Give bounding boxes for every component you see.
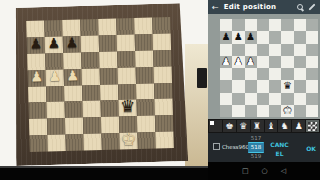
square-e4	[100, 84, 118, 101]
square-e1	[101, 133, 119, 150]
palette-white-rook-button[interactable]: ♜	[251, 120, 264, 132]
table-surface	[185, 44, 208, 170]
camera-clamp	[197, 68, 207, 88]
chess960-checkbox[interactable]	[213, 143, 220, 150]
square-c1	[65, 134, 83, 151]
square-a2[interactable]	[220, 93, 232, 105]
physical-chessboard: ♟♟♟♟♟♟♛♚	[26, 17, 174, 152]
piece-bp-b7: ♟	[47, 36, 60, 50]
square-g4	[136, 83, 154, 100]
square-g6[interactable]	[294, 44, 306, 56]
piece-wk-f1[interactable]: ♚	[283, 106, 292, 116]
ok-button[interactable]: OK	[306, 145, 316, 152]
square-e5[interactable]	[269, 56, 281, 68]
white-bishop-icon: ♝	[267, 122, 275, 131]
square-d4[interactable]	[257, 68, 269, 80]
square-f6[interactable]	[281, 44, 293, 56]
square-g2[interactable]	[294, 93, 306, 105]
square-c3[interactable]	[245, 80, 257, 92]
square-d5	[82, 68, 100, 85]
square-d6[interactable]	[257, 44, 269, 56]
square-c1[interactable]	[245, 105, 257, 117]
square-c5[interactable]: ♟	[245, 56, 257, 68]
wooden-board-frame: ♟♟♟♟♟♟♛♚	[12, 3, 188, 166]
piece-wp-b5: ♟	[48, 69, 61, 83]
piece-bp-b7[interactable]: ♟	[234, 32, 243, 42]
back-arrow-icon[interactable]: ←	[212, 3, 219, 12]
square-c4	[64, 85, 82, 102]
square-h2[interactable]	[306, 93, 318, 105]
square-f8	[116, 18, 134, 35]
palette-white-knight-button[interactable]: ♞	[278, 120, 291, 132]
square-c7[interactable]: ♟	[245, 31, 257, 43]
square-h8[interactable]	[306, 19, 318, 31]
edit-board[interactable]: ♟♟♟♟♟♟♛♚	[220, 19, 318, 117]
square-b2[interactable]	[232, 93, 244, 105]
square-e8[interactable]	[269, 19, 281, 31]
square-d2[interactable]	[257, 93, 269, 105]
screen: ♟♟♟♟♟♟♛♚ ← Edit position ♟♟♟♟♟♟♛♚ ♚♛♜♝♞♟…	[0, 0, 320, 180]
square-e7[interactable]	[269, 31, 281, 43]
square-h6[interactable]	[306, 44, 318, 56]
piece-wp-c5: ♟	[66, 68, 79, 82]
square-b1	[47, 135, 65, 152]
square-h8	[152, 17, 170, 34]
square-b7: ♟	[45, 36, 63, 53]
picker-next-value[interactable]: 519	[251, 153, 262, 160]
palette-white-pawn-button[interactable]: ♟	[292, 120, 305, 132]
picker-prev-value[interactable]: 517	[251, 135, 262, 142]
square-g6	[135, 50, 153, 67]
square-g8	[134, 18, 152, 35]
square-e6[interactable]	[269, 44, 281, 56]
square-d4	[82, 85, 100, 102]
table-edge	[0, 166, 208, 180]
square-a1	[29, 135, 47, 152]
square-c3	[64, 101, 82, 118]
square-e3	[100, 100, 118, 117]
square-f7	[117, 34, 135, 51]
square-a8[interactable]	[220, 19, 232, 31]
square-b5[interactable]: ♟	[232, 56, 244, 68]
palette-white-queen-button[interactable]: ♛	[237, 120, 250, 132]
square-h1[interactable]	[306, 105, 318, 117]
cancel-button[interactable]: CANCEL	[269, 140, 290, 158]
palette-empty-square-button[interactable]	[209, 120, 222, 132]
wrench-icon[interactable]	[308, 3, 316, 11]
square-g2	[137, 116, 155, 133]
piece-wp-c5[interactable]: ♟	[246, 57, 255, 67]
square-a6[interactable]	[220, 44, 232, 56]
square-h5	[154, 66, 172, 83]
square-g1[interactable]	[294, 105, 306, 117]
square-d7	[81, 35, 99, 52]
square-a3[interactable]	[220, 80, 232, 92]
square-h2	[155, 115, 173, 132]
square-d1[interactable]	[257, 105, 269, 117]
square-e5	[100, 68, 118, 85]
square-f5	[118, 67, 136, 84]
square-h3[interactable]	[306, 80, 318, 92]
square-a2	[29, 119, 47, 136]
square-b7[interactable]: ♟	[232, 31, 244, 43]
square-e3[interactable]	[269, 80, 281, 92]
square-f5[interactable]	[281, 56, 293, 68]
square-e6	[99, 51, 117, 68]
square-f6	[117, 51, 135, 68]
white-pawn-icon: ♟	[295, 122, 303, 131]
square-h4[interactable]	[306, 68, 318, 80]
android-navbar: □ ○ ◁	[208, 162, 320, 180]
square-a4	[28, 86, 46, 103]
app-toolbar: ← Edit position	[208, 0, 320, 14]
piece-bp-a7[interactable]: ♟	[222, 32, 231, 42]
square-c2[interactable]	[245, 93, 257, 105]
square-h1	[155, 132, 173, 149]
palette-white-bishop-button[interactable]: ♝	[265, 120, 278, 132]
square-d8[interactable]	[257, 19, 269, 31]
white-rook-icon: ♜	[253, 122, 261, 131]
physical-board-photo: ♟♟♟♟♟♟♛♚	[0, 0, 208, 180]
square-d5[interactable]	[257, 56, 269, 68]
square-f3: ♛	[118, 100, 136, 117]
square-b3	[46, 102, 64, 119]
palette-board-pattern-button[interactable]	[306, 120, 319, 132]
page-title: Edit position	[224, 3, 296, 11]
square-e2[interactable]	[269, 93, 281, 105]
piece-wp-a5[interactable]: ♟	[222, 57, 231, 67]
square-b3[interactable]	[232, 80, 244, 92]
board-perspective-wrap: ♟♟♟♟♟♟♛♚	[12, 3, 188, 166]
square-f2[interactable]	[281, 93, 293, 105]
square-c4[interactable]	[245, 68, 257, 80]
square-d3	[82, 101, 100, 118]
square-g1	[137, 132, 155, 149]
piece-bp-c7: ♟	[65, 36, 78, 50]
square-h7[interactable]	[306, 31, 318, 43]
square-g4[interactable]	[294, 68, 306, 80]
square-d1	[83, 134, 101, 151]
square-e1[interactable]	[269, 105, 281, 117]
square-h3	[154, 99, 172, 116]
piece-palette: ♚♛♜♝♞♟	[208, 119, 320, 133]
square-g8[interactable]	[294, 19, 306, 31]
square-a1[interactable]	[220, 105, 232, 117]
piece-bq-f3[interactable]: ♛	[283, 81, 292, 91]
square-h4	[154, 82, 172, 99]
edit-position-app: ← Edit position ♟♟♟♟♟♟♛♚ ♚♛♜♝♞♟ Chess960…	[208, 0, 320, 180]
square-f4[interactable]	[281, 68, 293, 80]
square-d7[interactable]	[257, 31, 269, 43]
square-f1: ♚	[119, 133, 137, 150]
piece-bp-a7: ♟	[29, 37, 42, 51]
piece-wp-a5: ♟	[30, 69, 43, 83]
square-d2	[83, 117, 101, 134]
square-d6	[81, 52, 99, 69]
square-f7[interactable]	[281, 31, 293, 43]
square-g7	[135, 34, 153, 51]
recents-icon[interactable]: □	[242, 168, 249, 175]
piece-wk-f1: ♚	[121, 131, 137, 148]
square-g3	[136, 99, 154, 116]
square-b1[interactable]	[232, 105, 244, 117]
nav-back-icon[interactable]: ◁	[281, 168, 286, 175]
square-e4[interactable]	[269, 68, 281, 80]
chess960-checkbox-row[interactable]: Chess960	[213, 143, 249, 150]
empty-square-icon	[210, 121, 214, 125]
square-a4[interactable]	[220, 68, 232, 80]
square-a7: ♟	[27, 37, 45, 54]
square-b2	[47, 118, 65, 135]
square-d8	[80, 19, 98, 36]
square-h7	[153, 33, 171, 50]
square-c7: ♟	[63, 36, 81, 53]
square-g5	[136, 67, 154, 84]
square-b4	[46, 86, 64, 103]
square-b4[interactable]	[232, 68, 244, 80]
piece-bq-f3: ♛	[120, 98, 136, 115]
picker-selected-value[interactable]: 518	[248, 142, 265, 152]
square-f3[interactable]: ♛	[281, 80, 293, 92]
square-e7	[99, 35, 117, 52]
square-b6[interactable]	[232, 44, 244, 56]
square-f1[interactable]: ♚	[281, 105, 293, 117]
square-b8[interactable]	[232, 19, 244, 31]
white-knight-icon: ♞	[281, 122, 289, 131]
white-queen-icon: ♛	[239, 122, 247, 131]
square-a5[interactable]: ♟	[220, 56, 232, 68]
square-a3	[28, 102, 46, 119]
chess960-dialog: Chess960 517 518 519 CANCEL OK	[208, 133, 320, 162]
position-number-picker[interactable]: 517 518 519	[245, 133, 267, 162]
square-g3[interactable]	[294, 80, 306, 92]
white-king-icon: ♚	[225, 122, 233, 131]
palette-white-king-button[interactable]: ♚	[223, 120, 236, 132]
square-c6[interactable]	[245, 44, 257, 56]
square-g7[interactable]	[294, 31, 306, 43]
square-a7[interactable]: ♟	[220, 31, 232, 43]
square-g5[interactable]	[294, 56, 306, 68]
square-h6	[153, 50, 171, 67]
square-c8[interactable]	[245, 19, 257, 31]
square-h5[interactable]	[306, 56, 318, 68]
search-icon[interactable]	[296, 3, 305, 12]
square-f8[interactable]	[281, 19, 293, 31]
square-c2	[65, 118, 83, 135]
board-pattern-icon	[308, 122, 317, 131]
square-c5: ♟	[64, 69, 82, 86]
square-e8	[98, 19, 116, 36]
piece-wp-b5[interactable]: ♟	[234, 57, 243, 67]
piece-bp-c7[interactable]: ♟	[246, 32, 255, 42]
square-d3[interactable]	[257, 80, 269, 92]
square-e2	[101, 117, 119, 134]
square-a5: ♟	[28, 70, 46, 87]
home-icon[interactable]: ○	[262, 168, 268, 175]
square-b5: ♟	[46, 69, 64, 86]
